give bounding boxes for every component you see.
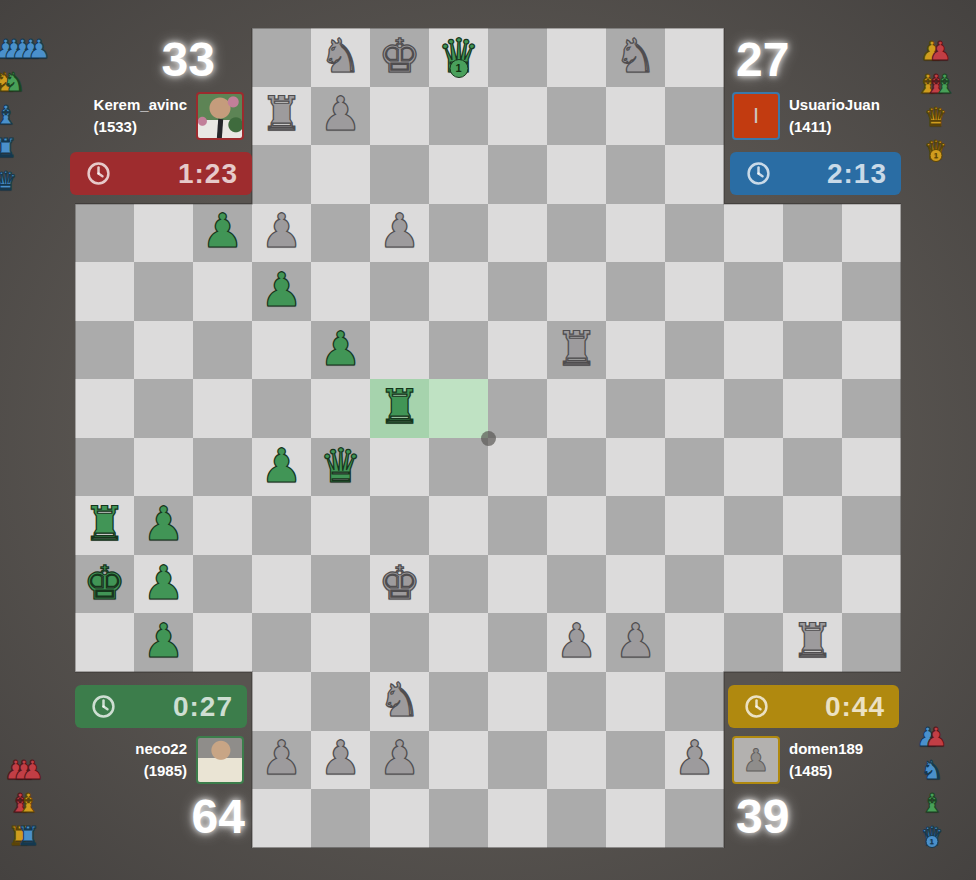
captured-blue-knight: ♞ [920, 757, 943, 783]
board-square[interactable] [724, 379, 783, 438]
board-square[interactable] [488, 496, 547, 555]
board-square[interactable] [429, 731, 488, 790]
captured-group: ♝♝♝ [916, 71, 956, 97]
board-square[interactable] [783, 321, 842, 380]
board-square[interactable] [665, 496, 724, 555]
captured-group: ♜ [0, 135, 17, 161]
board-square[interactable] [665, 438, 724, 497]
captured-tray-left-top: ♟♟♟♟♟♞♞♝♜♛ [0, 36, 51, 194]
board-square[interactable] [370, 613, 429, 672]
board-square[interactable] [488, 28, 547, 87]
board-square[interactable] [488, 262, 547, 321]
captured-green-bishop: ♝ [920, 790, 943, 816]
board-square[interactable] [665, 28, 724, 87]
board-square[interactable] [665, 262, 724, 321]
clock-top-left: 1:23 [70, 152, 252, 195]
captured-group: ♛ [924, 104, 947, 130]
board-square[interactable] [547, 262, 606, 321]
piece-gray-pawn[interactable]: ♟ [378, 207, 420, 254]
board-square[interactable] [783, 379, 842, 438]
board-square[interactable]: ♜ [547, 321, 606, 380]
board-square[interactable]: ♟ [252, 204, 311, 263]
piece-gray-knight[interactable]: ♞ [378, 676, 420, 723]
piece-gray-pawn[interactable]: ♟ [673, 734, 715, 781]
piece-gray-pawn[interactable]: ♟ [260, 207, 302, 254]
board-square[interactable] [370, 496, 429, 555]
piece-green-pawn[interactable]: ♟ [142, 559, 184, 606]
captured-tray-right-bottom: ♟♟♞♝♛1 [916, 724, 948, 849]
score-bottom-right: 39 [736, 793, 789, 841]
promotion-badge: 1 [929, 149, 942, 162]
board-square[interactable]: ♟ [252, 262, 311, 321]
avatar[interactable]: ♟ [732, 736, 780, 784]
board-square[interactable] [429, 438, 488, 497]
board-square[interactable]: ♟ [311, 321, 370, 380]
board-center-marker [481, 431, 496, 446]
board-square[interactable] [547, 438, 606, 497]
board-square[interactable] [75, 321, 134, 380]
board-square[interactable] [606, 204, 665, 263]
board-square[interactable] [842, 438, 901, 497]
board-square[interactable] [311, 555, 370, 614]
player-rating: (1411) [789, 116, 880, 138]
board-square[interactable] [488, 672, 547, 731]
player-rating: (1485) [789, 760, 863, 782]
board-square[interactable] [488, 613, 547, 672]
board-square[interactable] [252, 672, 311, 731]
board-square[interactable] [193, 496, 252, 555]
clock-bottom-right: 0:44 [728, 685, 899, 728]
board-square[interactable] [842, 379, 901, 438]
captured-group: ♛ [0, 168, 17, 194]
board-square[interactable] [547, 379, 606, 438]
board-square[interactable]: ♟ [252, 731, 311, 790]
piece-gray-pawn[interactable]: ♟ [555, 617, 597, 664]
board-square[interactable] [193, 379, 252, 438]
piece-gray-rook[interactable]: ♜ [260, 90, 302, 137]
board-square[interactable] [75, 613, 134, 672]
captured-yellow-bishop: ♝ [16, 790, 39, 816]
player-panel-top-right: I UsuarioJuan (1411) [732, 92, 880, 140]
board-square[interactable] [724, 204, 783, 263]
board-square[interactable] [724, 496, 783, 555]
captured-group: ♟♟ [916, 724, 948, 750]
pawn-avatar-icon: ♟ [742, 745, 770, 776]
board-square[interactable] [311, 672, 370, 731]
board-square[interactable] [724, 321, 783, 380]
player-name-rating[interactable]: UsuarioJuan (1411) [789, 94, 880, 138]
board-square[interactable] [370, 87, 429, 146]
board-square[interactable] [429, 87, 488, 146]
captured-red-pawn: ♟ [928, 38, 951, 64]
piece-green-king[interactable]: ♚ [83, 559, 125, 606]
board-square[interactable] [193, 613, 252, 672]
board-square[interactable]: ♜ [252, 87, 311, 146]
piece-green-pawn[interactable]: ♟ [201, 207, 243, 254]
board-square[interactable] [311, 262, 370, 321]
piece-gray-pawn[interactable]: ♟ [260, 734, 302, 781]
player-name[interactable]: domen189 [789, 738, 863, 760]
captured-group: ♝♝ [8, 790, 40, 816]
board-square[interactable] [252, 145, 311, 204]
board-square[interactable] [429, 379, 488, 438]
board-square[interactable] [665, 204, 724, 263]
board-square[interactable] [193, 555, 252, 614]
avatar[interactable] [196, 92, 244, 140]
board-square [842, 28, 901, 87]
score-top-right: 27 [736, 36, 789, 84]
board-square[interactable] [252, 321, 311, 380]
board-square[interactable] [724, 438, 783, 497]
captured-red-pawn: ♟ [924, 724, 947, 750]
board-square[interactable] [252, 555, 311, 614]
player-name-rating[interactable]: domen189 (1485) [789, 738, 863, 782]
board-square [783, 28, 842, 87]
board-square[interactable] [665, 789, 724, 848]
promotion-badge: 1 [449, 59, 468, 78]
board-square[interactable] [429, 204, 488, 263]
board-square[interactable]: ♞ [311, 28, 370, 87]
board-square[interactable] [311, 145, 370, 204]
piece-gray-king[interactable]: ♚ [378, 559, 420, 606]
player-name-rating[interactable]: Kerem_avinc (1533) [94, 94, 187, 138]
board-square[interactable] [429, 145, 488, 204]
board-square[interactable] [252, 379, 311, 438]
board-square[interactable] [429, 321, 488, 380]
board-square[interactable]: ♟ [134, 555, 193, 614]
board-square[interactable] [842, 613, 901, 672]
board-square[interactable]: ♚ [75, 555, 134, 614]
board-square[interactable] [547, 145, 606, 204]
piece-green-pawn[interactable]: ♟ [260, 266, 302, 313]
board-square[interactable] [429, 555, 488, 614]
board-square[interactable] [134, 438, 193, 497]
board-square[interactable] [724, 555, 783, 614]
board-square[interactable] [370, 321, 429, 380]
clock-time: 1:23 [178, 158, 238, 190]
piece-gray-pawn[interactable]: ♟ [319, 90, 361, 137]
board-square[interactable]: ♟ [606, 613, 665, 672]
board-square[interactable] [606, 262, 665, 321]
player-rating: (1533) [94, 116, 187, 138]
board-square[interactable] [370, 789, 429, 848]
board-square[interactable] [311, 496, 370, 555]
board-square[interactable]: ♛1 [429, 28, 488, 87]
board-square[interactable] [547, 28, 606, 87]
board-square[interactable] [429, 262, 488, 321]
board-square[interactable] [75, 204, 134, 263]
board-square[interactable]: ♟ [665, 731, 724, 790]
board-square[interactable] [488, 789, 547, 848]
board-square[interactable]: ♜ [783, 613, 842, 672]
board-square[interactable] [429, 496, 488, 555]
piece-gray-rook[interactable]: ♜ [791, 617, 833, 664]
clock-icon [744, 694, 769, 719]
board-square[interactable] [724, 613, 783, 672]
board-square[interactable] [75, 438, 134, 497]
board-square[interactable] [134, 204, 193, 263]
board-square[interactable] [783, 262, 842, 321]
board-square[interactable] [665, 672, 724, 731]
board-square[interactable] [429, 672, 488, 731]
clock-bottom-left: 0:27 [75, 685, 247, 728]
board-square[interactable] [134, 321, 193, 380]
board-square[interactable] [547, 204, 606, 263]
board-square[interactable] [547, 87, 606, 146]
captured-green-knight: ♞ [2, 69, 25, 95]
board-square[interactable] [606, 555, 665, 614]
player-panel-bottom-right: ♟ domen189 (1485) [732, 736, 863, 784]
clock-time: 2:13 [827, 158, 887, 190]
board-square[interactable] [665, 87, 724, 146]
board-square[interactable] [606, 496, 665, 555]
piece-green-pawn[interactable]: ♟ [142, 617, 184, 664]
board-square[interactable] [606, 321, 665, 380]
board-square[interactable] [606, 789, 665, 848]
board-square[interactable] [606, 672, 665, 731]
clock-icon [91, 694, 116, 719]
captured-group: ♟♟♟♟♟ [0, 36, 51, 62]
captured-yellow-queen: ♛ [924, 104, 947, 130]
board-square[interactable] [665, 613, 724, 672]
board-square[interactable]: ♟ [311, 731, 370, 790]
board-square[interactable] [665, 145, 724, 204]
captured-blue-queen: ♛ [0, 168, 17, 194]
captured-group: ♜♜ [8, 823, 40, 849]
board-square[interactable] [488, 145, 547, 204]
piece-green-queen[interactable]: ♛ [319, 442, 361, 489]
board-square[interactable] [252, 28, 311, 87]
piece-gray-rook[interactable]: ♜ [555, 325, 597, 372]
board-square[interactable] [842, 204, 901, 263]
board-square[interactable] [75, 379, 134, 438]
clock-icon [86, 161, 111, 186]
piece-green-rook[interactable]: ♜ [83, 500, 125, 547]
player-name[interactable]: Kerem_avinc [94, 94, 187, 116]
captured-green-bishop: ♝ [933, 71, 956, 97]
board-square[interactable] [488, 438, 547, 497]
four-player-chess-app: ♞♚♛1♞♜♟♟♟♟♟♟♜♜♟♛♜♟♚♟♚♟♟♟♜♞♟♟♟♟ 33 27 64 … [0, 0, 976, 880]
piece-gray-pawn[interactable]: ♟ [378, 734, 420, 781]
board-square[interactable] [606, 438, 665, 497]
piece-gray-pawn[interactable]: ♟ [319, 734, 361, 781]
board-square[interactable]: ♟ [547, 613, 606, 672]
board-square[interactable] [665, 379, 724, 438]
board-square[interactable] [134, 379, 193, 438]
board-square[interactable] [252, 496, 311, 555]
clock-time: 0:44 [825, 691, 885, 723]
captured-blue-rook: ♜ [0, 135, 17, 161]
piece-gray-knight[interactable]: ♞ [319, 32, 361, 79]
player-name[interactable]: neco22 [135, 738, 187, 760]
piece-gray-pawn[interactable]: ♟ [614, 617, 656, 664]
piece-gray-king[interactable]: ♚ [378, 32, 420, 79]
board-square[interactable] [783, 555, 842, 614]
board-square[interactable]: ♞ [606, 28, 665, 87]
score-bottom-left: 64 [105, 793, 245, 841]
clock-top-right: 2:13 [730, 152, 901, 195]
board-square[interactable]: ♜ [75, 496, 134, 555]
board-square[interactable]: ♟ [370, 731, 429, 790]
board-square[interactable]: ♟ [134, 613, 193, 672]
board-square[interactable] [783, 204, 842, 263]
board-square[interactable] [842, 321, 901, 380]
board-square[interactable] [429, 613, 488, 672]
board-square[interactable] [606, 731, 665, 790]
board-square[interactable] [311, 204, 370, 263]
player-name-rating[interactable]: neco22 (1985) [135, 738, 187, 782]
board-square[interactable] [370, 145, 429, 204]
piece-green-pawn[interactable]: ♟ [319, 325, 361, 372]
piece-green-rook[interactable]: ♜ [378, 383, 420, 430]
avatar-letter: I [753, 103, 759, 129]
board-square[interactable]: ♟ [134, 496, 193, 555]
captured-group: ♝ [920, 790, 943, 816]
captured-blue-pawn: ♟ [27, 36, 50, 62]
board-square[interactable] [842, 496, 901, 555]
board-square[interactable] [311, 789, 370, 848]
promotion-badge: 1 [925, 835, 938, 848]
board-square[interactable] [606, 145, 665, 204]
board-square[interactable] [252, 789, 311, 848]
board-square[interactable] [724, 262, 783, 321]
board-square[interactable]: ♟ [252, 438, 311, 497]
captured-red-pawn: ♟ [21, 757, 44, 783]
board-square[interactable] [665, 555, 724, 614]
clock-icon [746, 161, 771, 186]
captured-group: ♟♟♟ [4, 757, 44, 783]
board-square[interactable] [665, 321, 724, 380]
board-square[interactable] [488, 87, 547, 146]
board-square[interactable] [842, 555, 901, 614]
captured-group: ♞ [920, 757, 943, 783]
board-square[interactable] [488, 555, 547, 614]
board-square[interactable] [783, 496, 842, 555]
board-square[interactable]: ♟ [370, 204, 429, 263]
captured-yellow-queen: ♛1 [924, 137, 947, 163]
board-square[interactable]: ♚ [370, 28, 429, 87]
captured-group: ♛1 [924, 137, 947, 163]
player-name[interactable]: UsuarioJuan [789, 94, 880, 116]
captured-blue-rook: ♜ [16, 823, 39, 849]
board-square[interactable] [252, 613, 311, 672]
board-square[interactable]: ♜ [370, 379, 429, 438]
board-square[interactable] [547, 789, 606, 848]
board-square[interactable] [193, 321, 252, 380]
board-square[interactable] [547, 672, 606, 731]
captured-group: ♛1 [920, 823, 943, 849]
board-square[interactable] [783, 438, 842, 497]
captured-group: ♟♟ [920, 38, 952, 64]
board-square[interactable]: ♟ [311, 87, 370, 146]
board-square[interactable] [193, 262, 252, 321]
board-square[interactable] [547, 555, 606, 614]
board-square[interactable]: ♚ [370, 555, 429, 614]
board-square[interactable]: ♟ [193, 204, 252, 263]
board-square[interactable] [547, 731, 606, 790]
captured-blue-bishop: ♝ [0, 102, 17, 128]
board-square [842, 789, 901, 848]
board-square[interactable] [606, 379, 665, 438]
piece-gray-knight[interactable]: ♞ [614, 32, 656, 79]
board-square[interactable] [488, 204, 547, 263]
board-square[interactable] [370, 262, 429, 321]
captured-blue-queen: ♛1 [920, 823, 943, 849]
board-square[interactable] [488, 379, 547, 438]
board-square[interactable] [488, 321, 547, 380]
captured-tray-left-bottom: ♟♟♟♝♝♜♜ [4, 757, 44, 849]
captured-group: ♝ [0, 102, 17, 128]
player-rating: (1985) [135, 760, 187, 782]
board-square[interactable]: ♛ [311, 438, 370, 497]
board-square[interactable] [75, 262, 134, 321]
captured-group: ♞♞ [0, 69, 26, 95]
board-square[interactable] [193, 438, 252, 497]
board-square[interactable] [606, 87, 665, 146]
clock-time: 0:27 [173, 691, 233, 723]
board-square[interactable] [488, 731, 547, 790]
piece-green-pawn[interactable]: ♟ [142, 500, 184, 547]
board-square[interactable] [134, 262, 193, 321]
piece-green-pawn[interactable]: ♟ [260, 442, 302, 489]
board-square[interactable] [370, 438, 429, 497]
board-square[interactable] [547, 496, 606, 555]
board-square[interactable] [429, 789, 488, 848]
board-square[interactable] [311, 613, 370, 672]
board-square [783, 789, 842, 848]
avatar[interactable]: I [732, 92, 780, 140]
board-square[interactable]: ♞ [370, 672, 429, 731]
board-square[interactable] [311, 379, 370, 438]
avatar[interactable] [196, 736, 244, 784]
score-top-left: 33 [75, 36, 215, 84]
board-square[interactable] [842, 262, 901, 321]
captured-tray-right-top: ♟♟♝♝♝♛♛1 [916, 38, 956, 163]
